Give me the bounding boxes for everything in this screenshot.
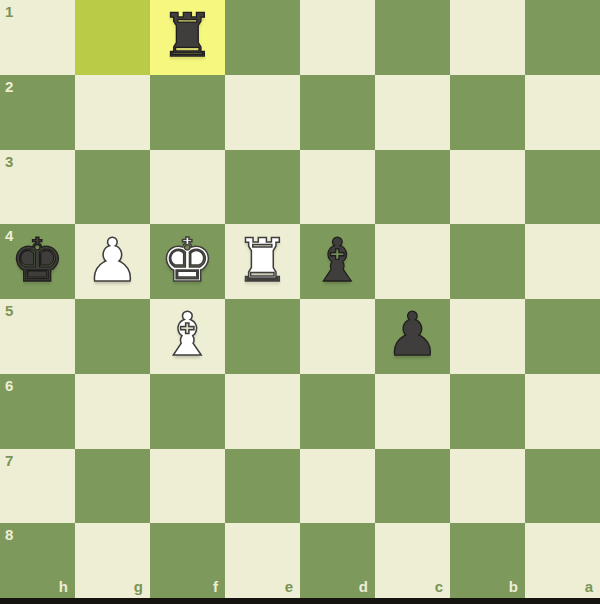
- rank-label-3: 3: [5, 154, 13, 169]
- square-a3[interactable]: [525, 150, 600, 225]
- square-a1[interactable]: [525, 0, 600, 75]
- square-c1[interactable]: [375, 0, 450, 75]
- square-e1[interactable]: [225, 0, 300, 75]
- rank-label-2: 2: [5, 79, 13, 94]
- square-g7[interactable]: [75, 449, 150, 524]
- square-b4[interactable]: [450, 224, 525, 299]
- rank-label-8: 8: [5, 527, 13, 542]
- square-c6[interactable]: [375, 374, 450, 449]
- square-h5[interactable]: 5: [0, 299, 75, 374]
- square-c4[interactable]: [375, 224, 450, 299]
- square-e8[interactable]: e: [225, 523, 300, 598]
- square-d1[interactable]: [300, 0, 375, 75]
- square-b6[interactable]: [450, 374, 525, 449]
- square-a7[interactable]: [525, 449, 600, 524]
- square-f7[interactable]: [150, 449, 225, 524]
- rank-label-1: 1: [5, 4, 13, 19]
- square-f8[interactable]: f: [150, 523, 225, 598]
- square-h7[interactable]: 7: [0, 449, 75, 524]
- square-h1[interactable]: 1: [0, 0, 75, 75]
- black-pawn[interactable]: ♟: [386, 304, 440, 364]
- square-e2[interactable]: [225, 75, 300, 150]
- square-g1[interactable]: [75, 0, 150, 75]
- square-g8[interactable]: g: [75, 523, 150, 598]
- file-label-a: a: [585, 579, 593, 594]
- square-h4[interactable]: 4♚: [0, 224, 75, 299]
- square-h3[interactable]: 3: [0, 150, 75, 225]
- black-rook[interactable]: ♜: [161, 5, 215, 65]
- square-f3[interactable]: [150, 150, 225, 225]
- square-b5[interactable]: [450, 299, 525, 374]
- square-d4[interactable]: ♝: [300, 224, 375, 299]
- square-g3[interactable]: [75, 150, 150, 225]
- square-d6[interactable]: [300, 374, 375, 449]
- square-c8[interactable]: c: [375, 523, 450, 598]
- square-b8[interactable]: b: [450, 523, 525, 598]
- file-label-e: e: [285, 579, 293, 594]
- square-e3[interactable]: [225, 150, 300, 225]
- file-label-h: h: [59, 579, 68, 594]
- file-label-f: f: [213, 579, 218, 594]
- square-h6[interactable]: 6: [0, 374, 75, 449]
- square-b7[interactable]: [450, 449, 525, 524]
- rank-label-5: 5: [5, 303, 13, 318]
- square-f2[interactable]: [150, 75, 225, 150]
- square-c3[interactable]: [375, 150, 450, 225]
- square-g2[interactable]: [75, 75, 150, 150]
- square-h8[interactable]: 8h: [0, 523, 75, 598]
- square-e4[interactable]: ♜: [225, 224, 300, 299]
- square-d7[interactable]: [300, 449, 375, 524]
- square-d2[interactable]: [300, 75, 375, 150]
- black-bishop[interactable]: ♝: [311, 230, 365, 290]
- file-label-d: d: [359, 579, 368, 594]
- square-b2[interactable]: [450, 75, 525, 150]
- square-f6[interactable]: [150, 374, 225, 449]
- square-d8[interactable]: d: [300, 523, 375, 598]
- white-king[interactable]: ♚: [161, 230, 215, 290]
- bottom-bar: [0, 598, 600, 604]
- square-a6[interactable]: [525, 374, 600, 449]
- white-pawn[interactable]: ♟: [86, 230, 140, 290]
- square-b1[interactable]: [450, 0, 525, 75]
- square-h2[interactable]: 2: [0, 75, 75, 150]
- file-label-b: b: [509, 579, 518, 594]
- file-label-c: c: [435, 579, 443, 594]
- rank-label-6: 6: [5, 378, 13, 393]
- square-f5[interactable]: ♝: [150, 299, 225, 374]
- square-d5[interactable]: [300, 299, 375, 374]
- square-c2[interactable]: [375, 75, 450, 150]
- square-a4[interactable]: [525, 224, 600, 299]
- square-f1[interactable]: ♜: [150, 0, 225, 75]
- chess-board: 1♜234♚♟♚♜♝5♝♟678hgfedcba: [0, 0, 600, 598]
- square-b3[interactable]: [450, 150, 525, 225]
- chess-app: 1♜234♚♟♚♜♝5♝♟678hgfedcba: [0, 0, 600, 604]
- rank-label-7: 7: [5, 453, 13, 468]
- square-e6[interactable]: [225, 374, 300, 449]
- square-a5[interactable]: [525, 299, 600, 374]
- square-g4[interactable]: ♟: [75, 224, 150, 299]
- square-g6[interactable]: [75, 374, 150, 449]
- white-bishop[interactable]: ♝: [161, 304, 215, 364]
- square-e5[interactable]: [225, 299, 300, 374]
- square-e7[interactable]: [225, 449, 300, 524]
- square-f4[interactable]: ♚: [150, 224, 225, 299]
- square-a2[interactable]: [525, 75, 600, 150]
- white-rook[interactable]: ♜: [236, 230, 290, 290]
- square-g5[interactable]: [75, 299, 150, 374]
- file-label-g: g: [134, 579, 143, 594]
- square-a8[interactable]: a: [525, 523, 600, 598]
- square-d3[interactable]: [300, 150, 375, 225]
- square-c7[interactable]: [375, 449, 450, 524]
- square-c5[interactable]: ♟: [375, 299, 450, 374]
- black-king[interactable]: ♚: [11, 230, 65, 290]
